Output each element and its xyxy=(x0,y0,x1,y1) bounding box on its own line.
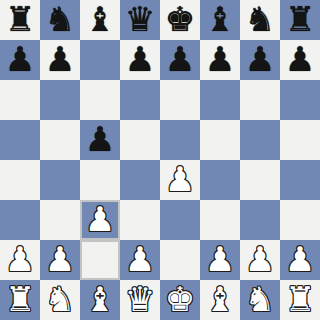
black-pawn[interactable]: ♟ xyxy=(245,42,275,76)
square-e4[interactable]: ♟ xyxy=(160,160,200,200)
white-queen[interactable]: ♛ xyxy=(125,282,155,316)
square-b2[interactable]: ♟ xyxy=(40,240,80,280)
black-rook[interactable]: ♜ xyxy=(5,2,35,36)
square-h6[interactable] xyxy=(280,80,320,120)
black-pawn[interactable]: ♟ xyxy=(165,42,195,76)
square-d8[interactable]: ♛ xyxy=(120,0,160,40)
square-g7[interactable]: ♟ xyxy=(240,40,280,80)
square-f4[interactable] xyxy=(200,160,240,200)
square-c4[interactable] xyxy=(80,160,120,200)
square-c5[interactable]: ♟ xyxy=(80,120,120,160)
square-f8[interactable]: ♝ xyxy=(200,0,240,40)
square-a5[interactable] xyxy=(0,120,40,160)
square-b5[interactable] xyxy=(40,120,80,160)
white-knight[interactable]: ♞ xyxy=(45,282,75,316)
square-c8[interactable]: ♝ xyxy=(80,0,120,40)
square-f3[interactable] xyxy=(200,200,240,240)
black-pawn[interactable]: ♟ xyxy=(5,42,35,76)
square-c1[interactable]: ♝ xyxy=(80,280,120,320)
square-e8[interactable]: ♚ xyxy=(160,0,200,40)
square-h2[interactable]: ♟ xyxy=(280,240,320,280)
square-c3[interactable]: ♟ xyxy=(80,200,120,240)
black-knight[interactable]: ♞ xyxy=(245,2,275,36)
square-e1[interactable]: ♚ xyxy=(160,280,200,320)
square-d3[interactable] xyxy=(120,200,160,240)
square-a6[interactable] xyxy=(0,80,40,120)
white-rook[interactable]: ♜ xyxy=(285,282,315,316)
square-f6[interactable] xyxy=(200,80,240,120)
black-pawn[interactable]: ♟ xyxy=(85,122,115,156)
square-a8[interactable]: ♜ xyxy=(0,0,40,40)
black-bishop[interactable]: ♝ xyxy=(85,2,115,36)
black-queen[interactable]: ♛ xyxy=(125,2,155,36)
black-king[interactable]: ♚ xyxy=(165,2,195,36)
square-c7[interactable] xyxy=(80,40,120,80)
square-a4[interactable] xyxy=(0,160,40,200)
white-bishop[interactable]: ♝ xyxy=(85,282,115,316)
white-rook[interactable]: ♜ xyxy=(5,282,35,316)
white-king[interactable]: ♚ xyxy=(165,282,195,316)
square-e6[interactable] xyxy=(160,80,200,120)
square-h5[interactable] xyxy=(280,120,320,160)
white-pawn[interactable]: ♟ xyxy=(165,162,195,196)
square-f7[interactable]: ♟ xyxy=(200,40,240,80)
square-e2[interactable] xyxy=(160,240,200,280)
white-bishop[interactable]: ♝ xyxy=(205,282,235,316)
square-e7[interactable]: ♟ xyxy=(160,40,200,80)
square-h1[interactable]: ♜ xyxy=(280,280,320,320)
chess-board: ♜♞♝♛♚♝♞♜♟♟♟♟♟♟♟♟♟♟♟♟♟♟♟♟♜♞♝♛♚♝♞♜ xyxy=(0,0,320,320)
white-pawn[interactable]: ♟ xyxy=(125,242,155,276)
white-knight[interactable]: ♞ xyxy=(245,282,275,316)
white-pawn[interactable]: ♟ xyxy=(85,202,115,236)
square-g1[interactable]: ♞ xyxy=(240,280,280,320)
white-pawn[interactable]: ♟ xyxy=(5,242,35,276)
square-d5[interactable] xyxy=(120,120,160,160)
black-pawn[interactable]: ♟ xyxy=(45,42,75,76)
square-g6[interactable] xyxy=(240,80,280,120)
white-pawn[interactable]: ♟ xyxy=(45,242,75,276)
square-e3[interactable] xyxy=(160,200,200,240)
square-b4[interactable] xyxy=(40,160,80,200)
square-h7[interactable]: ♟ xyxy=(280,40,320,80)
square-b1[interactable]: ♞ xyxy=(40,280,80,320)
square-c6[interactable] xyxy=(80,80,120,120)
white-pawn[interactable]: ♟ xyxy=(285,242,315,276)
square-d4[interactable] xyxy=(120,160,160,200)
square-a7[interactable]: ♟ xyxy=(0,40,40,80)
black-knight[interactable]: ♞ xyxy=(45,2,75,36)
square-g2[interactable]: ♟ xyxy=(240,240,280,280)
square-h3[interactable] xyxy=(280,200,320,240)
square-f2[interactable]: ♟ xyxy=(200,240,240,280)
square-a1[interactable]: ♜ xyxy=(0,280,40,320)
square-a2[interactable]: ♟ xyxy=(0,240,40,280)
square-d6[interactable] xyxy=(120,80,160,120)
square-h4[interactable] xyxy=(280,160,320,200)
square-f5[interactable] xyxy=(200,120,240,160)
square-b8[interactable]: ♞ xyxy=(40,0,80,40)
square-g5[interactable] xyxy=(240,120,280,160)
square-d1[interactable]: ♛ xyxy=(120,280,160,320)
white-pawn[interactable]: ♟ xyxy=(205,242,235,276)
square-b7[interactable]: ♟ xyxy=(40,40,80,80)
square-g4[interactable] xyxy=(240,160,280,200)
square-b3[interactable] xyxy=(40,200,80,240)
square-b6[interactable] xyxy=(40,80,80,120)
square-d7[interactable]: ♟ xyxy=(120,40,160,80)
black-rook[interactable]: ♜ xyxy=(285,2,315,36)
square-c2[interactable] xyxy=(80,240,120,280)
black-bishop[interactable]: ♝ xyxy=(205,2,235,36)
square-d2[interactable]: ♟ xyxy=(120,240,160,280)
square-a3[interactable] xyxy=(0,200,40,240)
black-pawn[interactable]: ♟ xyxy=(205,42,235,76)
white-pawn[interactable]: ♟ xyxy=(245,242,275,276)
square-g3[interactable] xyxy=(240,200,280,240)
black-pawn[interactable]: ♟ xyxy=(285,42,315,76)
square-g8[interactable]: ♞ xyxy=(240,0,280,40)
black-pawn[interactable]: ♟ xyxy=(125,42,155,76)
square-h8[interactable]: ♜ xyxy=(280,0,320,40)
square-f1[interactable]: ♝ xyxy=(200,280,240,320)
square-e5[interactable] xyxy=(160,120,200,160)
